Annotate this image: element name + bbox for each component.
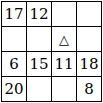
cell-r4c2 — [27, 77, 51, 101]
cell-r3c4: 18 — [77, 52, 101, 76]
cell-r4c1: 20 — [2, 77, 26, 101]
puzzle-board: 17 12 △ 6 15 11 18 20 8 — [1, 1, 102, 102]
cell-r4c4: 8 — [77, 77, 101, 101]
cell-r2c3: △ — [52, 27, 76, 51]
cell-r2c1 — [2, 27, 26, 51]
cell-r1c3 — [52, 2, 76, 26]
triangle-icon: △ — [59, 33, 69, 46]
cell-r3c2: 15 — [27, 52, 51, 76]
cell-r1c1: 17 — [2, 2, 26, 26]
cell-r1c2: 12 — [27, 2, 51, 26]
cell-r3c3: 11 — [52, 52, 76, 76]
cell-r2c4 — [77, 27, 101, 51]
cell-r4c3 — [52, 77, 76, 101]
cell-r1c4 — [77, 2, 101, 26]
cell-r2c2 — [27, 27, 51, 51]
cell-r3c1: 6 — [2, 52, 26, 76]
